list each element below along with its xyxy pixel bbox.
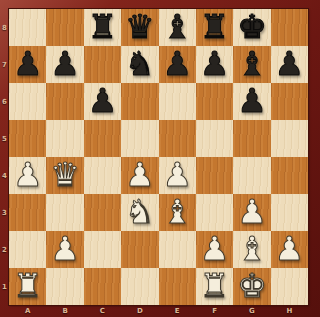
square-b7[interactable]: ♟ xyxy=(46,46,83,83)
rank-label-8: 8 xyxy=(0,9,9,46)
file-label-f: F xyxy=(196,305,233,317)
white-queen: ♛ xyxy=(50,158,80,191)
square-h8[interactable] xyxy=(271,9,308,46)
file-label-a: A xyxy=(9,305,46,317)
square-c6[interactable]: ♟ xyxy=(84,83,121,120)
square-h1[interactable] xyxy=(271,268,308,305)
rank-labels: 87654321 xyxy=(0,9,9,305)
square-c7[interactable] xyxy=(84,46,121,83)
black-king: ♚ xyxy=(237,10,267,43)
square-b1[interactable] xyxy=(46,268,83,305)
white-rook: ♜ xyxy=(200,269,230,302)
square-d5[interactable] xyxy=(121,120,158,157)
square-c8[interactable]: ♜ xyxy=(84,9,121,46)
square-f6[interactable] xyxy=(196,83,233,120)
white-pawn: ♟ xyxy=(237,195,267,228)
file-labels: ABCDEFGH xyxy=(9,305,308,317)
rank-label-5: 5 xyxy=(0,120,9,157)
black-rook: ♜ xyxy=(200,10,230,43)
square-f8[interactable]: ♜ xyxy=(196,9,233,46)
file-label-b: B xyxy=(46,305,83,317)
square-h7[interactable]: ♟ xyxy=(271,46,308,83)
white-pawn: ♟ xyxy=(13,158,43,191)
chess-board: ♜♛♝♜♚♟♟♞♟♟♝♟♟♟♟♛♟♟♞♝♟♟♟♝♟♜♜♚ xyxy=(9,9,308,305)
square-f3[interactable] xyxy=(196,194,233,231)
square-f1[interactable]: ♜ xyxy=(196,268,233,305)
rank-label-3: 3 xyxy=(0,194,9,231)
white-pawn: ♟ xyxy=(125,158,155,191)
square-b5[interactable] xyxy=(46,120,83,157)
square-e4[interactable]: ♟ xyxy=(159,157,196,194)
square-b2[interactable]: ♟ xyxy=(46,231,83,268)
square-d2[interactable] xyxy=(121,231,158,268)
file-label-h: H xyxy=(271,305,308,317)
white-rook: ♜ xyxy=(13,269,43,302)
square-e6[interactable] xyxy=(159,83,196,120)
square-a3[interactable] xyxy=(9,194,46,231)
square-a7[interactable]: ♟ xyxy=(9,46,46,83)
white-pawn: ♟ xyxy=(200,232,230,265)
square-f7[interactable]: ♟ xyxy=(196,46,233,83)
rank-label-4: 4 xyxy=(0,157,9,194)
square-h4[interactable] xyxy=(271,157,308,194)
square-a4[interactable]: ♟ xyxy=(9,157,46,194)
white-king: ♚ xyxy=(237,269,267,302)
file-label-g: G xyxy=(233,305,270,317)
square-g1[interactable]: ♚ xyxy=(233,268,270,305)
square-h2[interactable]: ♟ xyxy=(271,231,308,268)
square-b6[interactable] xyxy=(46,83,83,120)
square-f5[interactable] xyxy=(196,120,233,157)
square-g6[interactable]: ♟ xyxy=(233,83,270,120)
square-g8[interactable]: ♚ xyxy=(233,9,270,46)
square-c3[interactable] xyxy=(84,194,121,231)
square-c2[interactable] xyxy=(84,231,121,268)
black-pawn: ♟ xyxy=(88,84,118,117)
square-d4[interactable]: ♟ xyxy=(121,157,158,194)
rank-label-6: 6 xyxy=(0,83,9,120)
square-h3[interactable] xyxy=(271,194,308,231)
square-h5[interactable] xyxy=(271,120,308,157)
black-pawn: ♟ xyxy=(200,47,230,80)
square-e3[interactable]: ♝ xyxy=(159,194,196,231)
black-queen: ♛ xyxy=(125,10,155,43)
square-c1[interactable] xyxy=(84,268,121,305)
square-b4[interactable]: ♛ xyxy=(46,157,83,194)
square-a5[interactable] xyxy=(9,120,46,157)
square-e1[interactable] xyxy=(159,268,196,305)
black-pawn: ♟ xyxy=(50,47,80,80)
black-pawn: ♟ xyxy=(13,47,43,80)
black-bishop: ♝ xyxy=(162,10,192,43)
black-knight: ♞ xyxy=(125,47,155,80)
file-label-d: D xyxy=(121,305,158,317)
square-c5[interactable] xyxy=(84,120,121,157)
square-g4[interactable] xyxy=(233,157,270,194)
square-h6[interactable] xyxy=(271,83,308,120)
white-pawn: ♟ xyxy=(50,232,80,265)
black-pawn: ♟ xyxy=(275,47,305,80)
file-label-c: C xyxy=(84,305,121,317)
black-pawn: ♟ xyxy=(237,84,267,117)
square-g3[interactable]: ♟ xyxy=(233,194,270,231)
rank-label-2: 2 xyxy=(0,231,9,268)
black-rook: ♜ xyxy=(88,10,118,43)
square-f2[interactable]: ♟ xyxy=(196,231,233,268)
black-bishop: ♝ xyxy=(237,47,267,80)
square-a8[interactable] xyxy=(9,9,46,46)
square-d3[interactable]: ♞ xyxy=(121,194,158,231)
rank-label-7: 7 xyxy=(0,46,9,83)
chess-board-frame: 87654321 ABCDEFGH ♜♛♝♜♚♟♟♞♟♟♝♟♟♟♟♛♟♟♞♝♟♟… xyxy=(0,0,320,317)
square-g7[interactable]: ♝ xyxy=(233,46,270,83)
white-bishop: ♝ xyxy=(162,195,192,228)
white-knight: ♞ xyxy=(125,195,155,228)
white-pawn: ♟ xyxy=(162,158,192,191)
square-g2[interactable]: ♝ xyxy=(233,231,270,268)
square-e7[interactable]: ♟ xyxy=(159,46,196,83)
file-label-e: E xyxy=(159,305,196,317)
rank-label-1: 1 xyxy=(0,268,9,305)
square-a2[interactable] xyxy=(9,231,46,268)
white-bishop: ♝ xyxy=(237,232,267,265)
square-d1[interactable] xyxy=(121,268,158,305)
square-d6[interactable] xyxy=(121,83,158,120)
square-f4[interactable] xyxy=(196,157,233,194)
square-e8[interactable]: ♝ xyxy=(159,9,196,46)
square-d8[interactable]: ♛ xyxy=(121,9,158,46)
square-b3[interactable] xyxy=(46,194,83,231)
square-e2[interactable] xyxy=(159,231,196,268)
black-pawn: ♟ xyxy=(162,47,192,80)
white-pawn: ♟ xyxy=(275,232,305,265)
square-a1[interactable]: ♜ xyxy=(9,268,46,305)
square-e5[interactable] xyxy=(159,120,196,157)
square-b8[interactable] xyxy=(46,9,83,46)
square-a6[interactable] xyxy=(9,83,46,120)
square-d7[interactable]: ♞ xyxy=(121,46,158,83)
square-c4[interactable] xyxy=(84,157,121,194)
square-g5[interactable] xyxy=(233,120,270,157)
